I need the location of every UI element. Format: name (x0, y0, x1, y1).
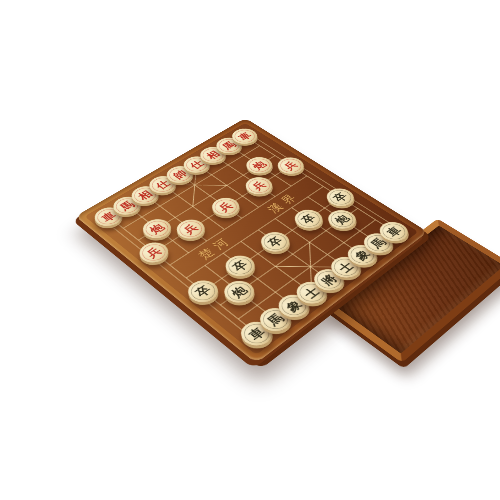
product-photo-scene: 楚河漢界 車馬相仕帥仕相馬車炮炮兵兵兵兵兵卒卒卒卒卒炮炮車馬象士將士象馬車 (0, 0, 500, 500)
board-perspective-wrapper: 楚河漢界 車馬相仕帥仕相馬車炮炮兵兵兵兵兵卒卒卒卒卒炮炮車馬象士將士象馬車 (75, 118, 427, 363)
